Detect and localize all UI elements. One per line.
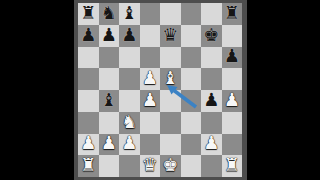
square-b1[interactable]	[99, 155, 120, 177]
square-d1[interactable]: ♛	[140, 155, 161, 177]
square-e2[interactable]	[160, 134, 181, 156]
square-b8[interactable]: ♞	[99, 3, 120, 25]
chess-board: ♜♞♝♜♟♟♟♛♚♟♟♝♝♟♟♟♞♟♟♟♟♜♛♚♜	[78, 3, 242, 177]
square-f8[interactable]	[181, 3, 202, 25]
black-pawn[interactable]: ♟	[80, 26, 96, 44]
square-g1[interactable]	[201, 155, 222, 177]
square-f4[interactable]	[181, 90, 202, 112]
square-f5[interactable]	[181, 68, 202, 90]
square-a8[interactable]: ♜	[78, 3, 99, 25]
black-queen[interactable]: ♛	[162, 26, 178, 44]
square-a1[interactable]: ♜	[78, 155, 99, 177]
white-pawn[interactable]: ♟	[142, 69, 158, 87]
white-pawn[interactable]: ♟	[80, 134, 96, 152]
square-e4[interactable]	[160, 90, 181, 112]
square-h2[interactable]	[222, 134, 243, 156]
black-pawn[interactable]: ♟	[101, 26, 117, 44]
square-d3[interactable]	[140, 112, 161, 134]
square-b5[interactable]	[99, 68, 120, 90]
black-pawn[interactable]: ♟	[224, 47, 240, 65]
square-d7[interactable]	[140, 25, 161, 47]
white-pawn[interactable]: ♟	[121, 134, 137, 152]
square-e5[interactable]: ♝	[160, 68, 181, 90]
square-a5[interactable]	[78, 68, 99, 90]
square-e1[interactable]: ♚	[160, 155, 181, 177]
square-h7[interactable]	[222, 25, 243, 47]
white-knight[interactable]: ♞	[121, 113, 137, 131]
square-g8[interactable]	[201, 3, 222, 25]
black-rook[interactable]: ♜	[80, 4, 96, 22]
square-d8[interactable]	[140, 3, 161, 25]
white-queen[interactable]: ♛	[142, 156, 158, 174]
square-d5[interactable]: ♟	[140, 68, 161, 90]
square-c4[interactable]	[119, 90, 140, 112]
black-king[interactable]: ♚	[203, 26, 219, 44]
square-c6[interactable]	[119, 47, 140, 69]
square-g7[interactable]: ♚	[201, 25, 222, 47]
square-f6[interactable]	[181, 47, 202, 69]
square-e7[interactable]: ♛	[160, 25, 181, 47]
square-a3[interactable]	[78, 112, 99, 134]
square-h6[interactable]: ♟	[222, 47, 243, 69]
square-h5[interactable]	[222, 68, 243, 90]
square-b3[interactable]	[99, 112, 120, 134]
square-b6[interactable]	[99, 47, 120, 69]
square-d2[interactable]	[140, 134, 161, 156]
black-bishop[interactable]: ♝	[121, 4, 137, 22]
square-f3[interactable]	[181, 112, 202, 134]
black-pawn[interactable]: ♟	[121, 26, 137, 44]
chess-board-frame: ♜♞♝♜♟♟♟♛♚♟♟♝♝♟♟♟♞♟♟♟♟♜♛♚♜	[74, 0, 247, 180]
square-b4[interactable]: ♝	[99, 90, 120, 112]
square-c1[interactable]	[119, 155, 140, 177]
square-e6[interactable]	[160, 47, 181, 69]
square-d4[interactable]: ♟	[140, 90, 161, 112]
square-e8[interactable]	[160, 3, 181, 25]
square-a2[interactable]: ♟	[78, 134, 99, 156]
square-g5[interactable]	[201, 68, 222, 90]
square-d6[interactable]	[140, 47, 161, 69]
square-g6[interactable]	[201, 47, 222, 69]
square-a6[interactable]	[78, 47, 99, 69]
white-pawn[interactable]: ♟	[203, 134, 219, 152]
square-h1[interactable]: ♜	[222, 155, 243, 177]
square-g3[interactable]	[201, 112, 222, 134]
square-g2[interactable]: ♟	[201, 134, 222, 156]
black-rook[interactable]: ♜	[224, 4, 240, 22]
square-f7[interactable]	[181, 25, 202, 47]
square-c2[interactable]: ♟	[119, 134, 140, 156]
black-bishop[interactable]: ♝	[101, 91, 117, 109]
square-c8[interactable]: ♝	[119, 3, 140, 25]
white-pawn[interactable]: ♟	[224, 91, 240, 109]
square-a4[interactable]	[78, 90, 99, 112]
square-f1[interactable]	[181, 155, 202, 177]
square-h3[interactable]	[222, 112, 243, 134]
white-rook[interactable]: ♜	[80, 156, 96, 174]
square-c7[interactable]: ♟	[119, 25, 140, 47]
square-e3[interactable]	[160, 112, 181, 134]
white-bishop[interactable]: ♝	[162, 69, 178, 87]
square-b7[interactable]: ♟	[99, 25, 120, 47]
square-g4[interactable]: ♟	[201, 90, 222, 112]
black-knight[interactable]: ♞	[101, 4, 117, 22]
square-h8[interactable]: ♜	[222, 3, 243, 25]
square-b2[interactable]: ♟	[99, 134, 120, 156]
square-c5[interactable]	[119, 68, 140, 90]
square-a7[interactable]: ♟	[78, 25, 99, 47]
white-rook[interactable]: ♜	[224, 156, 240, 174]
square-h4[interactable]: ♟	[222, 90, 243, 112]
white-pawn[interactable]: ♟	[101, 134, 117, 152]
black-pawn[interactable]: ♟	[203, 91, 219, 109]
white-king[interactable]: ♚	[162, 156, 178, 174]
white-pawn[interactable]: ♟	[142, 91, 158, 109]
square-c3[interactable]: ♞	[119, 112, 140, 134]
square-f2[interactable]	[181, 134, 202, 156]
